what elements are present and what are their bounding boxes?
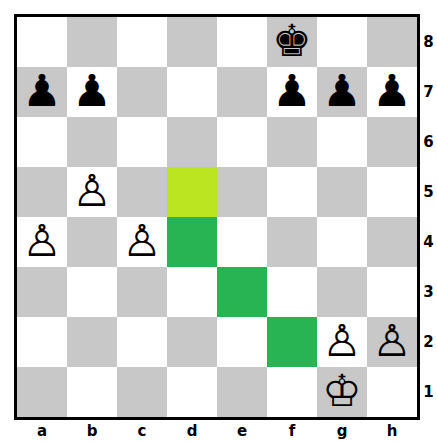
square-b1[interactable] [67, 367, 117, 417]
white-pawn[interactable]: ♙ [372, 316, 411, 366]
rank-label-5: 5 [420, 167, 437, 217]
square-f5[interactable] [267, 167, 317, 217]
square-b6[interactable] [67, 117, 117, 167]
square-f6[interactable] [267, 117, 317, 167]
square-a6[interactable] [17, 117, 67, 167]
square-a2[interactable] [17, 317, 67, 367]
square-b7[interactable]: ♟ [67, 67, 117, 117]
black-king[interactable]: ♚ [272, 16, 311, 66]
square-g6[interactable] [317, 117, 367, 167]
white-pawn[interactable]: ♙ [22, 216, 61, 266]
square-h6[interactable] [367, 117, 417, 167]
black-pawn[interactable]: ♟ [322, 66, 361, 116]
square-c5[interactable] [117, 167, 167, 217]
square-e1[interactable] [217, 367, 267, 417]
chess-diagram: ♚♟♟♟♟♟♙♙♙♙♙♔ 87654321 abcdefgh [0, 0, 437, 442]
white-pawn[interactable]: ♙ [122, 216, 161, 266]
square-g5[interactable] [317, 167, 367, 217]
rank-label-1: 1 [420, 367, 437, 417]
square-a5[interactable] [17, 167, 67, 217]
square-f3[interactable] [267, 267, 317, 317]
square-h7[interactable]: ♟ [367, 67, 417, 117]
square-f1[interactable] [267, 367, 317, 417]
square-c1[interactable] [117, 367, 167, 417]
square-c8[interactable] [117, 17, 167, 67]
square-c4[interactable]: ♙ [117, 217, 167, 267]
square-h5[interactable] [367, 167, 417, 217]
file-label-f: f [267, 420, 317, 442]
white-pawn[interactable]: ♙ [322, 316, 361, 366]
file-label-c: c [117, 420, 167, 442]
square-d8[interactable] [167, 17, 217, 67]
square-b3[interactable] [67, 267, 117, 317]
square-d5[interactable] [167, 167, 217, 217]
square-f2[interactable] [267, 317, 317, 367]
square-e8[interactable] [217, 17, 267, 67]
black-pawn[interactable]: ♟ [22, 66, 61, 116]
square-f7[interactable]: ♟ [267, 67, 317, 117]
square-d4[interactable] [167, 217, 217, 267]
square-c7[interactable] [117, 67, 167, 117]
square-h1[interactable] [367, 367, 417, 417]
square-e4[interactable] [217, 217, 267, 267]
square-b4[interactable] [67, 217, 117, 267]
chess-board: ♚♟♟♟♟♟♙♙♙♙♙♔ [14, 14, 420, 420]
file-label-e: e [217, 420, 267, 442]
square-a7[interactable]: ♟ [17, 67, 67, 117]
square-d1[interactable] [167, 367, 217, 417]
square-g2[interactable]: ♙ [317, 317, 367, 367]
square-e7[interactable] [217, 67, 267, 117]
square-e5[interactable] [217, 167, 267, 217]
rank-labels: 87654321 [420, 17, 437, 417]
square-h4[interactable] [367, 217, 417, 267]
black-pawn[interactable]: ♟ [72, 66, 111, 116]
square-e2[interactable] [217, 317, 267, 367]
square-a4[interactable]: ♙ [17, 217, 67, 267]
square-h8[interactable] [367, 17, 417, 67]
rank-label-3: 3 [420, 267, 437, 317]
black-pawn[interactable]: ♟ [372, 66, 411, 116]
square-g8[interactable] [317, 17, 367, 67]
square-a3[interactable] [17, 267, 67, 317]
square-d6[interactable] [167, 117, 217, 167]
file-label-d: d [167, 420, 217, 442]
square-g3[interactable] [317, 267, 367, 317]
square-h2[interactable]: ♙ [367, 317, 417, 367]
square-g7[interactable]: ♟ [317, 67, 367, 117]
file-label-a: a [17, 420, 67, 442]
square-a8[interactable] [17, 17, 67, 67]
file-label-h: h [367, 420, 417, 442]
black-pawn[interactable]: ♟ [272, 66, 311, 116]
rank-label-8: 8 [420, 17, 437, 67]
square-e6[interactable] [217, 117, 267, 167]
square-d3[interactable] [167, 267, 217, 317]
square-f8[interactable]: ♚ [267, 17, 317, 67]
square-h3[interactable] [367, 267, 417, 317]
square-c3[interactable] [117, 267, 167, 317]
square-g1[interactable]: ♔ [317, 367, 367, 417]
white-pawn[interactable]: ♙ [72, 166, 111, 216]
square-c2[interactable] [117, 317, 167, 367]
square-g4[interactable] [317, 217, 367, 267]
square-b5[interactable]: ♙ [67, 167, 117, 217]
square-d7[interactable] [167, 67, 217, 117]
square-b2[interactable] [67, 317, 117, 367]
square-d2[interactable] [167, 317, 217, 367]
rank-label-7: 7 [420, 67, 437, 117]
white-king[interactable]: ♔ [322, 366, 361, 416]
file-labels: abcdefgh [17, 420, 417, 442]
square-f4[interactable] [267, 217, 317, 267]
rank-label-2: 2 [420, 317, 437, 367]
square-a1[interactable] [17, 367, 67, 417]
file-label-b: b [67, 420, 117, 442]
square-c6[interactable] [117, 117, 167, 167]
square-b8[interactable] [67, 17, 117, 67]
file-label-g: g [317, 420, 367, 442]
rank-label-6: 6 [420, 117, 437, 167]
square-e3[interactable] [217, 267, 267, 317]
rank-label-4: 4 [420, 217, 437, 267]
